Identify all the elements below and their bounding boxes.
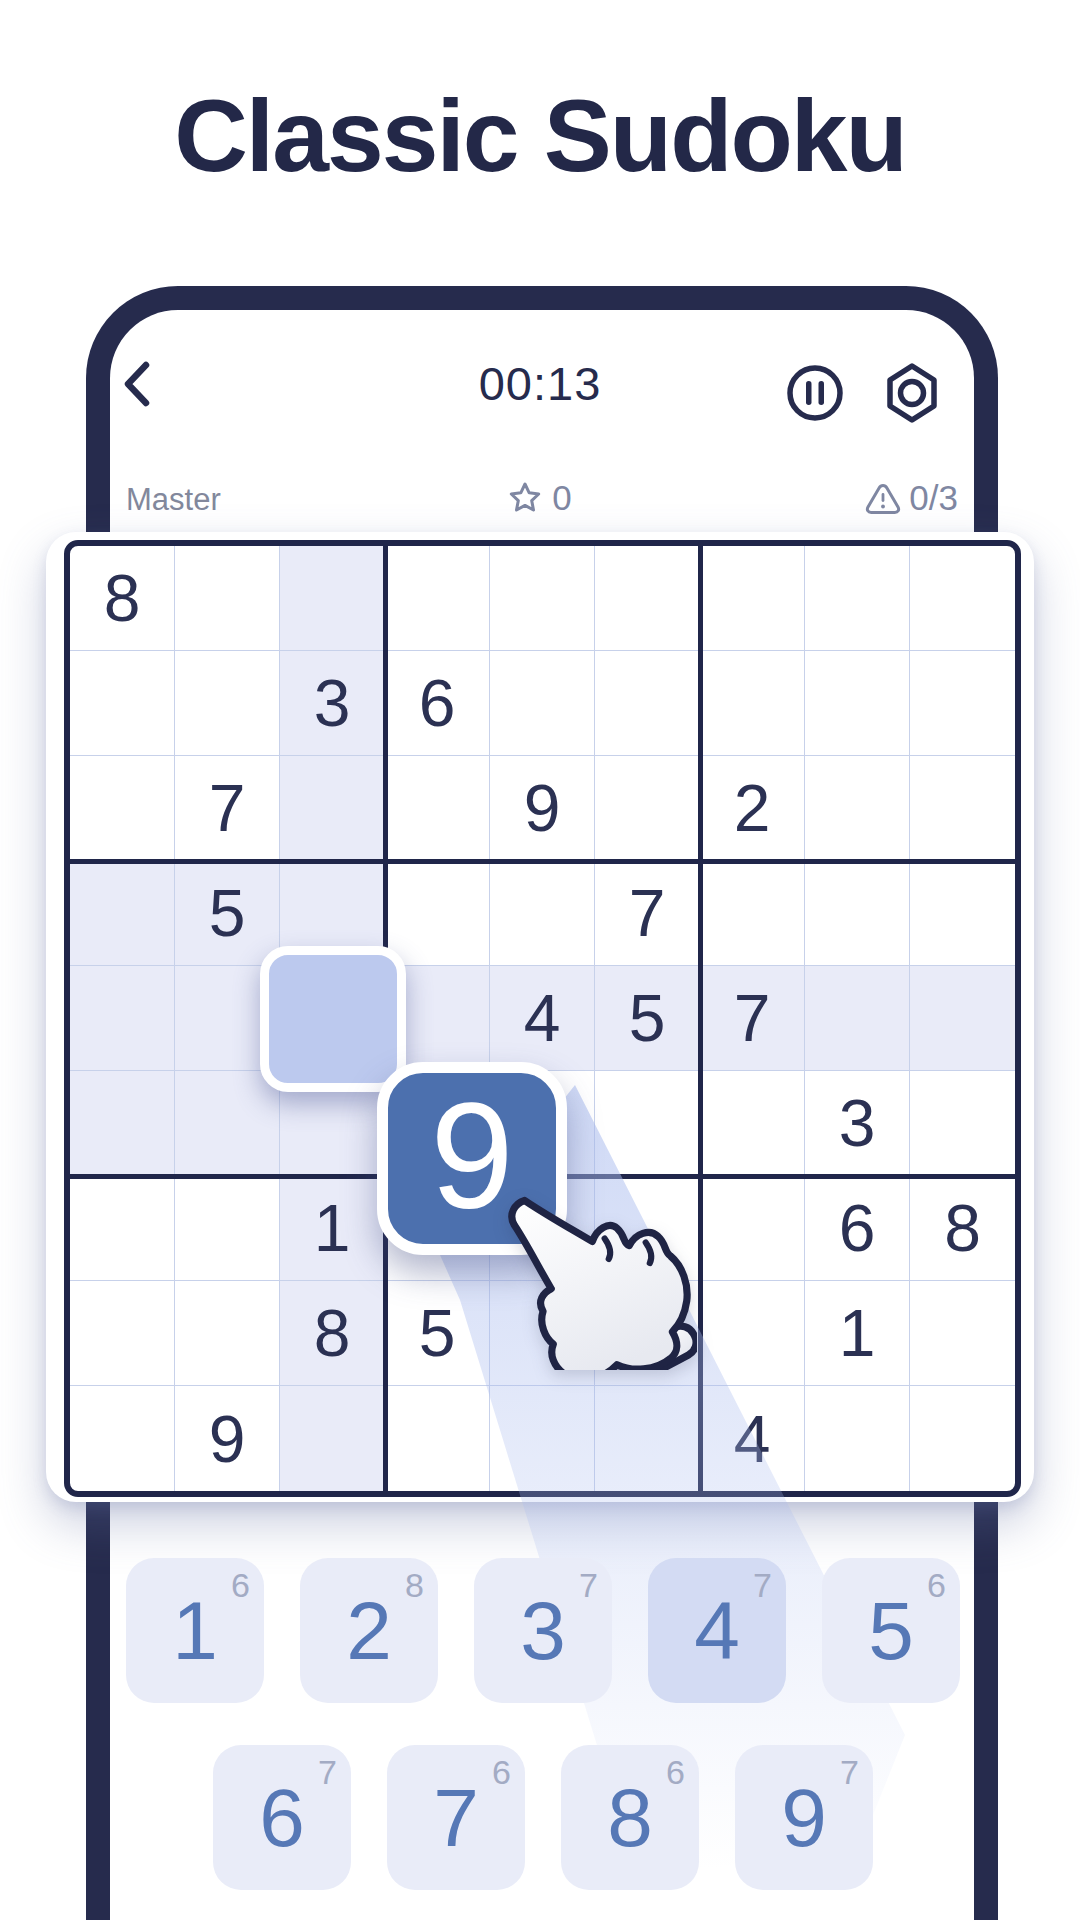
numpad-row-2: 67768697: [213, 1745, 873, 1890]
numpad-key-value: 1: [172, 1584, 218, 1678]
cell-r2c1[interactable]: [70, 651, 175, 756]
cell-r9c8[interactable]: [805, 1386, 910, 1491]
cell-r1c9[interactable]: [910, 546, 1015, 651]
pause-button[interactable]: [786, 364, 844, 422]
numpad-key-count: 8: [405, 1566, 424, 1605]
cell-r4c7[interactable]: [700, 861, 805, 966]
cell-r1c6[interactable]: [595, 546, 700, 651]
warning-icon: [865, 482, 901, 515]
numpad-key-value: 2: [346, 1584, 392, 1678]
selected-cell[interactable]: [260, 946, 406, 1092]
cell-r5c6[interactable]: 5: [595, 966, 700, 1071]
mistakes-status: 0/3: [865, 478, 958, 518]
cell-r4c8[interactable]: [805, 861, 910, 966]
cell-r4c5[interactable]: [490, 861, 595, 966]
cell-r8c8[interactable]: 1: [805, 1281, 910, 1386]
cell-r7c9[interactable]: 8: [910, 1176, 1015, 1281]
cell-r2c5[interactable]: [490, 651, 595, 756]
cell-r7c8[interactable]: 6: [805, 1176, 910, 1281]
cell-r2c2[interactable]: [175, 651, 280, 756]
numpad-key-count: 6: [666, 1753, 685, 1792]
numpad-key-6[interactable]: 67: [213, 1745, 351, 1890]
cell-r5c7[interactable]: 7: [700, 966, 805, 1071]
cell-r9c1[interactable]: [70, 1386, 175, 1491]
cell-r7c7[interactable]: [700, 1176, 805, 1281]
cell-r9c7[interactable]: 4: [700, 1386, 805, 1491]
cell-r1c8[interactable]: [805, 546, 910, 651]
cell-r8c9[interactable]: [910, 1281, 1015, 1386]
cell-r1c2[interactable]: [175, 546, 280, 651]
cell-r2c4[interactable]: 6: [385, 651, 490, 756]
numpad-key-count: 7: [579, 1566, 598, 1605]
cell-r3c1[interactable]: [70, 756, 175, 861]
page-title: Classic Sudoku: [0, 78, 1080, 195]
numpad-key-value: 9: [781, 1771, 827, 1865]
cell-r6c2[interactable]: [175, 1071, 280, 1176]
cell-r1c1[interactable]: 8: [70, 546, 175, 651]
numpad-key-count: 7: [840, 1753, 859, 1792]
numpad-key-1[interactable]: 16: [126, 1558, 264, 1703]
cell-r9c3[interactable]: [280, 1386, 385, 1491]
numpad-key-value: 7: [433, 1771, 479, 1865]
cell-r3c2[interactable]: 7: [175, 756, 280, 861]
mistakes-count: 0/3: [909, 478, 958, 518]
cell-r9c6[interactable]: [595, 1386, 700, 1491]
cell-r5c8[interactable]: [805, 966, 910, 1071]
cell-r6c1[interactable]: [70, 1071, 175, 1176]
cell-r8c1[interactable]: [70, 1281, 175, 1386]
box-divider: [698, 546, 703, 1491]
cell-r3c8[interactable]: [805, 756, 910, 861]
cell-r6c6[interactable]: [595, 1071, 700, 1176]
cell-r2c6[interactable]: [595, 651, 700, 756]
numpad-key-value: 4: [694, 1584, 740, 1678]
cell-r6c8[interactable]: 3: [805, 1071, 910, 1176]
numpad-key-4[interactable]: 47: [648, 1558, 786, 1703]
cell-r4c2[interactable]: 5: [175, 861, 280, 966]
numpad-key-count: 7: [318, 1753, 337, 1792]
cell-r2c7[interactable]: [700, 651, 805, 756]
cell-r7c3[interactable]: 1: [280, 1176, 385, 1281]
cell-r2c8[interactable]: [805, 651, 910, 756]
cell-r4c1[interactable]: [70, 861, 175, 966]
cell-r6c9[interactable]: [910, 1071, 1015, 1176]
numpad-key-count: 6: [231, 1566, 250, 1605]
numpad-key-9[interactable]: 97: [735, 1745, 873, 1890]
numpad-key-value: 5: [868, 1584, 914, 1678]
box-divider: [70, 859, 1015, 864]
cell-r7c1[interactable]: [70, 1176, 175, 1281]
cell-r1c5[interactable]: [490, 546, 595, 651]
cell-r6c7[interactable]: [700, 1071, 805, 1176]
numpad-key-2[interactable]: 28: [300, 1558, 438, 1703]
cell-r3c6[interactable]: [595, 756, 700, 861]
cell-r7c2[interactable]: [175, 1176, 280, 1281]
cell-r1c4[interactable]: [385, 546, 490, 651]
cell-r3c5[interactable]: 9: [490, 756, 595, 861]
cell-r8c4[interactable]: 5: [385, 1281, 490, 1386]
cell-r5c5[interactable]: 4: [490, 966, 595, 1071]
numpad-key-5[interactable]: 56: [822, 1558, 960, 1703]
cell-r9c5[interactable]: [490, 1386, 595, 1491]
cell-r3c7[interactable]: 2: [700, 756, 805, 861]
numpad-key-count: 6: [492, 1753, 511, 1792]
hand-cursor-icon: [502, 1190, 697, 1370]
cell-r2c9[interactable]: [910, 651, 1015, 756]
numpad-key-8[interactable]: 86: [561, 1745, 699, 1890]
cell-r8c3[interactable]: 8: [280, 1281, 385, 1386]
cell-r4c4[interactable]: [385, 861, 490, 966]
cell-r3c4[interactable]: [385, 756, 490, 861]
cell-r8c7[interactable]: [700, 1281, 805, 1386]
numpad-key-3[interactable]: 37: [474, 1558, 612, 1703]
cell-r4c9[interactable]: [910, 861, 1015, 966]
numpad-key-value: 6: [259, 1771, 305, 1865]
numpad-row-1: 1628374756: [126, 1558, 960, 1703]
cell-r8c2[interactable]: [175, 1281, 280, 1386]
cell-r9c9[interactable]: [910, 1386, 1015, 1491]
cell-r9c2[interactable]: 9: [175, 1386, 280, 1491]
cell-r1c7[interactable]: [700, 546, 805, 651]
cell-r9c4[interactable]: [385, 1386, 490, 1491]
numpad-key-count: 7: [753, 1566, 772, 1605]
settings-nut-icon[interactable]: [882, 362, 942, 424]
star-icon: [508, 481, 542, 515]
numpad-key-count: 6: [927, 1566, 946, 1605]
cell-r3c9[interactable]: [910, 756, 1015, 861]
stars-count: 0: [552, 478, 571, 518]
numpad-key-7[interactable]: 76: [387, 1745, 525, 1890]
numpad-key-value: 8: [607, 1771, 653, 1865]
cell-r2c3[interactable]: 3: [280, 651, 385, 756]
cell-r5c9[interactable]: [910, 966, 1015, 1071]
cell-r4c6[interactable]: 7: [595, 861, 700, 966]
cell-r3c3[interactable]: [280, 756, 385, 861]
cell-r5c1[interactable]: [70, 966, 175, 1071]
numpad-key-value: 3: [520, 1584, 566, 1678]
cell-r1c3[interactable]: [280, 546, 385, 651]
